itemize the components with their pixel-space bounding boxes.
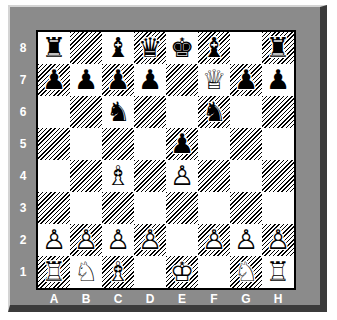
square-c8[interactable]: ♝ — [102, 32, 134, 64]
square-d2[interactable]: ♟♙ — [134, 224, 166, 256]
black-rook-a8[interactable]: ♜ — [38, 32, 70, 64]
square-g2[interactable]: ♟♙ — [230, 224, 262, 256]
square-a1[interactable]: ♜♖ — [38, 256, 70, 288]
square-c2[interactable]: ♟♙ — [102, 224, 134, 256]
black-pawn-e5[interactable]: ♟︎ — [166, 128, 198, 160]
board-frame: 87654321 ♜♝♛♚♝♜♟︎♟︎♟︎♟︎♛♕♟︎♟︎♞♞♟︎♝♗♟♙♟♙♟… — [8, 5, 327, 312]
black-rook-h8[interactable]: ♜ — [262, 32, 294, 64]
square-g4[interactable] — [230, 160, 262, 192]
black-queen-d8[interactable]: ♛ — [134, 32, 166, 64]
square-h6[interactable] — [262, 96, 294, 128]
square-h5[interactable] — [262, 128, 294, 160]
square-e5[interactable]: ♟︎ — [166, 128, 198, 160]
square-c1[interactable]: ♝♗ — [102, 256, 134, 288]
square-h7[interactable]: ♟︎ — [262, 64, 294, 96]
square-c6[interactable]: ♞ — [102, 96, 134, 128]
square-g3[interactable] — [230, 192, 262, 224]
square-c7[interactable]: ♟︎ — [102, 64, 134, 96]
square-f4[interactable] — [198, 160, 230, 192]
square-h2[interactable]: ♟♙ — [262, 224, 294, 256]
white-pawn-g2[interactable]: ♟♙ — [230, 224, 262, 256]
white-bishop-c1[interactable]: ♝♗ — [102, 256, 134, 288]
square-f8[interactable]: ♝ — [198, 32, 230, 64]
square-d3[interactable] — [134, 192, 166, 224]
white-queen-f7[interactable]: ♛♕ — [198, 64, 230, 96]
square-e6[interactable] — [166, 96, 198, 128]
square-f5[interactable] — [198, 128, 230, 160]
square-e8[interactable]: ♚ — [166, 32, 198, 64]
square-e4[interactable]: ♟♙ — [166, 160, 198, 192]
white-pawn-c2[interactable]: ♟♙ — [102, 224, 134, 256]
white-rook-a1[interactable]: ♜♖ — [38, 256, 70, 288]
square-a5[interactable] — [38, 128, 70, 160]
square-a2[interactable]: ♟♙ — [38, 224, 70, 256]
square-a4[interactable] — [38, 160, 70, 192]
square-b1[interactable]: ♞♘ — [70, 256, 102, 288]
square-d8[interactable]: ♛ — [134, 32, 166, 64]
square-h3[interactable] — [262, 192, 294, 224]
file-label-d: D — [134, 292, 166, 306]
square-h1[interactable]: ♜♖ — [262, 256, 294, 288]
square-b6[interactable] — [70, 96, 102, 128]
square-c5[interactable] — [102, 128, 134, 160]
square-d5[interactable] — [134, 128, 166, 160]
file-label-f: F — [198, 292, 230, 306]
file-labels: ABCDEFGH — [38, 292, 294, 306]
white-pawn-b2[interactable]: ♟♙ — [70, 224, 102, 256]
black-bishop-f8[interactable]: ♝ — [198, 32, 230, 64]
black-pawn-d7[interactable]: ♟︎ — [134, 64, 166, 96]
white-king-e1[interactable]: ♚♔ — [166, 256, 198, 288]
square-a7[interactable]: ♟︎ — [38, 64, 70, 96]
square-d1[interactable] — [134, 256, 166, 288]
file-label-e: E — [166, 292, 198, 306]
square-g6[interactable] — [230, 96, 262, 128]
square-g7[interactable]: ♟︎ — [230, 64, 262, 96]
square-a3[interactable] — [38, 192, 70, 224]
square-b7[interactable]: ♟︎ — [70, 64, 102, 96]
square-f2[interactable]: ♟♙ — [198, 224, 230, 256]
black-pawn-b7[interactable]: ♟︎ — [70, 64, 102, 96]
square-f7[interactable]: ♛♕ — [198, 64, 230, 96]
white-rook-h1[interactable]: ♜♖ — [262, 256, 294, 288]
file-label-h: H — [262, 292, 294, 306]
file-label-b: B — [70, 292, 102, 306]
square-e7[interactable] — [166, 64, 198, 96]
file-label-c: C — [102, 292, 134, 306]
black-pawn-c7[interactable]: ♟︎ — [102, 64, 134, 96]
rank-label-1: 1 — [10, 256, 36, 288]
white-knight-g1[interactable]: ♞♘ — [230, 256, 262, 288]
square-f6[interactable]: ♞ — [198, 96, 230, 128]
square-h4[interactable] — [262, 160, 294, 192]
square-e3[interactable] — [166, 192, 198, 224]
white-pawn-e4[interactable]: ♟♙ — [166, 160, 198, 192]
white-pawn-d2[interactable]: ♟♙ — [134, 224, 166, 256]
square-b8[interactable] — [70, 32, 102, 64]
black-king-e8[interactable]: ♚ — [166, 32, 198, 64]
square-c3[interactable] — [102, 192, 134, 224]
square-e2[interactable] — [166, 224, 198, 256]
square-b5[interactable] — [70, 128, 102, 160]
square-d6[interactable] — [134, 96, 166, 128]
rank-label-8: 8 — [10, 32, 36, 64]
square-g8[interactable] — [230, 32, 262, 64]
white-bishop-c4[interactable]: ♝♗ — [102, 160, 134, 192]
black-knight-f6[interactable]: ♞ — [198, 96, 230, 128]
square-e1[interactable]: ♚♔ — [166, 256, 198, 288]
square-c4[interactable]: ♝♗ — [102, 160, 134, 192]
square-a6[interactable] — [38, 96, 70, 128]
rank-label-4: 4 — [10, 160, 36, 192]
white-knight-b1[interactable]: ♞♘ — [70, 256, 102, 288]
rank-label-2: 2 — [10, 224, 36, 256]
square-g1[interactable]: ♞♘ — [230, 256, 262, 288]
rank-label-3: 3 — [10, 192, 36, 224]
black-pawn-h7[interactable]: ♟︎ — [262, 64, 294, 96]
rank-labels: 87654321 — [10, 32, 36, 288]
square-a8[interactable]: ♜ — [38, 32, 70, 64]
chess-board[interactable]: ♜♝♛♚♝♜♟︎♟︎♟︎♟︎♛♕♟︎♟︎♞♞♟︎♝♗♟♙♟♙♟♙♟♙♟♙♟♙♟♙… — [36, 30, 296, 290]
square-b2[interactable]: ♟♙ — [70, 224, 102, 256]
square-h8[interactable]: ♜ — [262, 32, 294, 64]
rank-label-7: 7 — [10, 64, 36, 96]
rank-label-5: 5 — [10, 128, 36, 160]
white-pawn-a2[interactable]: ♟♙ — [38, 224, 70, 256]
square-f3[interactable] — [198, 192, 230, 224]
black-pawn-g7[interactable]: ♟︎ — [230, 64, 262, 96]
black-pawn-a7[interactable]: ♟︎ — [38, 64, 70, 96]
black-knight-c6[interactable]: ♞ — [102, 96, 134, 128]
square-b4[interactable] — [70, 160, 102, 192]
square-f1[interactable] — [198, 256, 230, 288]
file-label-a: A — [38, 292, 70, 306]
rank-label-6: 6 — [10, 96, 36, 128]
white-pawn-f2[interactable]: ♟♙ — [198, 224, 230, 256]
square-b3[interactable] — [70, 192, 102, 224]
white-pawn-h2[interactable]: ♟♙ — [262, 224, 294, 256]
chess-window: 87654321 ♜♝♛♚♝♜♟︎♟︎♟︎♟︎♛♕♟︎♟︎♞♞♟︎♝♗♟♙♟♙♟… — [0, 0, 337, 320]
file-label-g: G — [230, 292, 262, 306]
black-bishop-c8[interactable]: ♝ — [102, 32, 134, 64]
square-d7[interactable]: ♟︎ — [134, 64, 166, 96]
square-g5[interactable] — [230, 128, 262, 160]
square-d4[interactable] — [134, 160, 166, 192]
